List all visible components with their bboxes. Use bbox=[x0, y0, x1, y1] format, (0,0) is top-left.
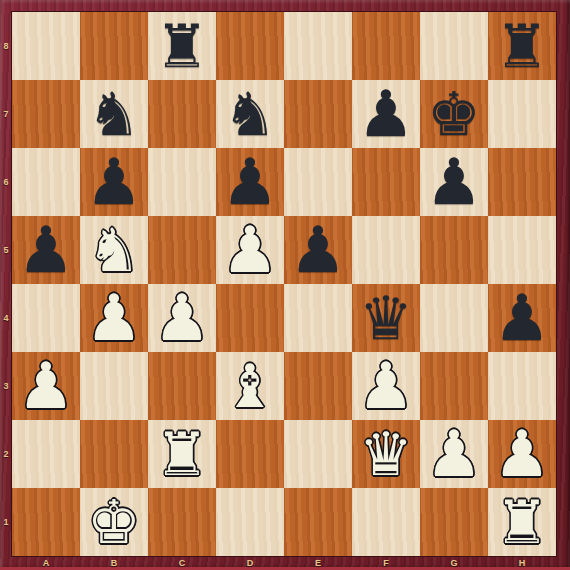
rank-label-8: 8 bbox=[0, 12, 12, 80]
white-rook[interactable]: ♜ bbox=[495, 488, 549, 556]
square-a5[interactable]: ♟ bbox=[12, 216, 80, 284]
file-label-c: C bbox=[148, 557, 216, 570]
square-f8[interactable] bbox=[352, 12, 420, 80]
square-c4[interactable]: ♟ bbox=[148, 284, 216, 352]
rank-label-2: 2 bbox=[0, 420, 12, 488]
square-h3[interactable] bbox=[488, 352, 556, 420]
white-rook[interactable]: ♜ bbox=[155, 420, 209, 488]
file-label-h: H bbox=[488, 557, 556, 570]
square-d7[interactable]: ♞ bbox=[216, 80, 284, 148]
square-a7[interactable] bbox=[12, 80, 80, 148]
white-pawn[interactable]: ♟ bbox=[153, 284, 210, 352]
square-d2[interactable] bbox=[216, 420, 284, 488]
square-b3[interactable] bbox=[80, 352, 148, 420]
square-c3[interactable] bbox=[148, 352, 216, 420]
square-f4[interactable]: ♛ bbox=[352, 284, 420, 352]
square-b1[interactable]: ♚ bbox=[80, 488, 148, 556]
square-g3[interactable] bbox=[420, 352, 488, 420]
square-f6[interactable] bbox=[352, 148, 420, 216]
black-pawn[interactable]: ♟ bbox=[85, 148, 142, 216]
white-king[interactable]: ♚ bbox=[87, 488, 141, 556]
white-pawn[interactable]: ♟ bbox=[357, 352, 414, 420]
square-e2[interactable] bbox=[284, 420, 352, 488]
square-a6[interactable] bbox=[12, 148, 80, 216]
black-pawn[interactable]: ♟ bbox=[289, 216, 346, 284]
square-a1[interactable] bbox=[12, 488, 80, 556]
white-pawn[interactable]: ♟ bbox=[425, 420, 482, 488]
square-d5[interactable]: ♟ bbox=[216, 216, 284, 284]
square-c8[interactable]: ♜ bbox=[148, 12, 216, 80]
square-b5[interactable]: ♞ bbox=[80, 216, 148, 284]
square-e7[interactable] bbox=[284, 80, 352, 148]
square-h5[interactable] bbox=[488, 216, 556, 284]
square-f3[interactable]: ♟ bbox=[352, 352, 420, 420]
square-h6[interactable] bbox=[488, 148, 556, 216]
square-e4[interactable] bbox=[284, 284, 352, 352]
square-b4[interactable]: ♟ bbox=[80, 284, 148, 352]
rank-label-3: 3 bbox=[0, 352, 12, 420]
square-a4[interactable] bbox=[12, 284, 80, 352]
black-pawn[interactable]: ♟ bbox=[357, 80, 414, 148]
black-pawn[interactable]: ♟ bbox=[17, 216, 74, 284]
file-label-f: F bbox=[352, 557, 420, 570]
chess-board: ♜♜♞♞♟♚♟♟♟♟♞♟♟♟♟♛♟♟♝♟♜♛♟♟♚♜ bbox=[12, 12, 556, 556]
square-b6[interactable]: ♟ bbox=[80, 148, 148, 216]
black-pawn[interactable]: ♟ bbox=[493, 284, 550, 352]
square-c7[interactable] bbox=[148, 80, 216, 148]
square-b8[interactable] bbox=[80, 12, 148, 80]
square-e1[interactable] bbox=[284, 488, 352, 556]
square-f7[interactable]: ♟ bbox=[352, 80, 420, 148]
square-f2[interactable]: ♛ bbox=[352, 420, 420, 488]
square-g4[interactable] bbox=[420, 284, 488, 352]
square-g8[interactable] bbox=[420, 12, 488, 80]
board-frame: ♜♜♞♞♟♚♟♟♟♟♞♟♟♟♟♛♟♟♝♟♜♛♟♟♚♜ 87654321ABCDE… bbox=[0, 0, 570, 570]
rank-label-1: 1 bbox=[0, 488, 12, 556]
square-f1[interactable] bbox=[352, 488, 420, 556]
square-h8[interactable]: ♜ bbox=[488, 12, 556, 80]
black-rook[interactable]: ♜ bbox=[495, 12, 549, 80]
square-g5[interactable] bbox=[420, 216, 488, 284]
square-b7[interactable]: ♞ bbox=[80, 80, 148, 148]
square-b2[interactable] bbox=[80, 420, 148, 488]
square-e3[interactable] bbox=[284, 352, 352, 420]
square-h2[interactable]: ♟ bbox=[488, 420, 556, 488]
square-h4[interactable]: ♟ bbox=[488, 284, 556, 352]
file-label-e: E bbox=[284, 557, 352, 570]
square-g2[interactable]: ♟ bbox=[420, 420, 488, 488]
square-g1[interactable] bbox=[420, 488, 488, 556]
file-label-a: A bbox=[12, 557, 80, 570]
white-knight[interactable]: ♞ bbox=[87, 216, 141, 284]
square-h1[interactable]: ♜ bbox=[488, 488, 556, 556]
file-label-b: B bbox=[80, 557, 148, 570]
square-d8[interactable] bbox=[216, 12, 284, 80]
square-e8[interactable] bbox=[284, 12, 352, 80]
rank-label-4: 4 bbox=[0, 284, 12, 352]
file-label-g: G bbox=[420, 557, 488, 570]
black-queen[interactable]: ♛ bbox=[359, 284, 413, 352]
square-c5[interactable] bbox=[148, 216, 216, 284]
square-d6[interactable]: ♟ bbox=[216, 148, 284, 216]
white-pawn[interactable]: ♟ bbox=[493, 420, 550, 488]
white-pawn[interactable]: ♟ bbox=[85, 284, 142, 352]
black-pawn[interactable]: ♟ bbox=[221, 148, 278, 216]
square-c1[interactable] bbox=[148, 488, 216, 556]
black-knight[interactable]: ♞ bbox=[223, 80, 277, 148]
square-d1[interactable] bbox=[216, 488, 284, 556]
square-e6[interactable] bbox=[284, 148, 352, 216]
square-g7[interactable]: ♚ bbox=[420, 80, 488, 148]
square-d3[interactable]: ♝ bbox=[216, 352, 284, 420]
square-e5[interactable]: ♟ bbox=[284, 216, 352, 284]
file-label-d: D bbox=[216, 557, 284, 570]
white-bishop[interactable]: ♝ bbox=[223, 352, 277, 420]
square-f5[interactable] bbox=[352, 216, 420, 284]
rank-label-5: 5 bbox=[0, 216, 12, 284]
black-king[interactable]: ♚ bbox=[427, 80, 481, 148]
square-a8[interactable] bbox=[12, 12, 80, 80]
square-a2[interactable] bbox=[12, 420, 80, 488]
black-knight[interactable]: ♞ bbox=[87, 80, 141, 148]
rank-label-7: 7 bbox=[0, 80, 12, 148]
white-queen[interactable]: ♛ bbox=[359, 420, 413, 488]
square-d4[interactable] bbox=[216, 284, 284, 352]
square-g6[interactable]: ♟ bbox=[420, 148, 488, 216]
black-rook[interactable]: ♜ bbox=[155, 12, 209, 80]
white-pawn[interactable]: ♟ bbox=[17, 352, 74, 420]
square-a3[interactable]: ♟ bbox=[12, 352, 80, 420]
black-pawn[interactable]: ♟ bbox=[425, 148, 482, 216]
white-pawn[interactable]: ♟ bbox=[221, 216, 278, 284]
rank-label-6: 6 bbox=[0, 148, 12, 216]
square-c2[interactable]: ♜ bbox=[148, 420, 216, 488]
square-h7[interactable] bbox=[488, 80, 556, 148]
square-c6[interactable] bbox=[148, 148, 216, 216]
